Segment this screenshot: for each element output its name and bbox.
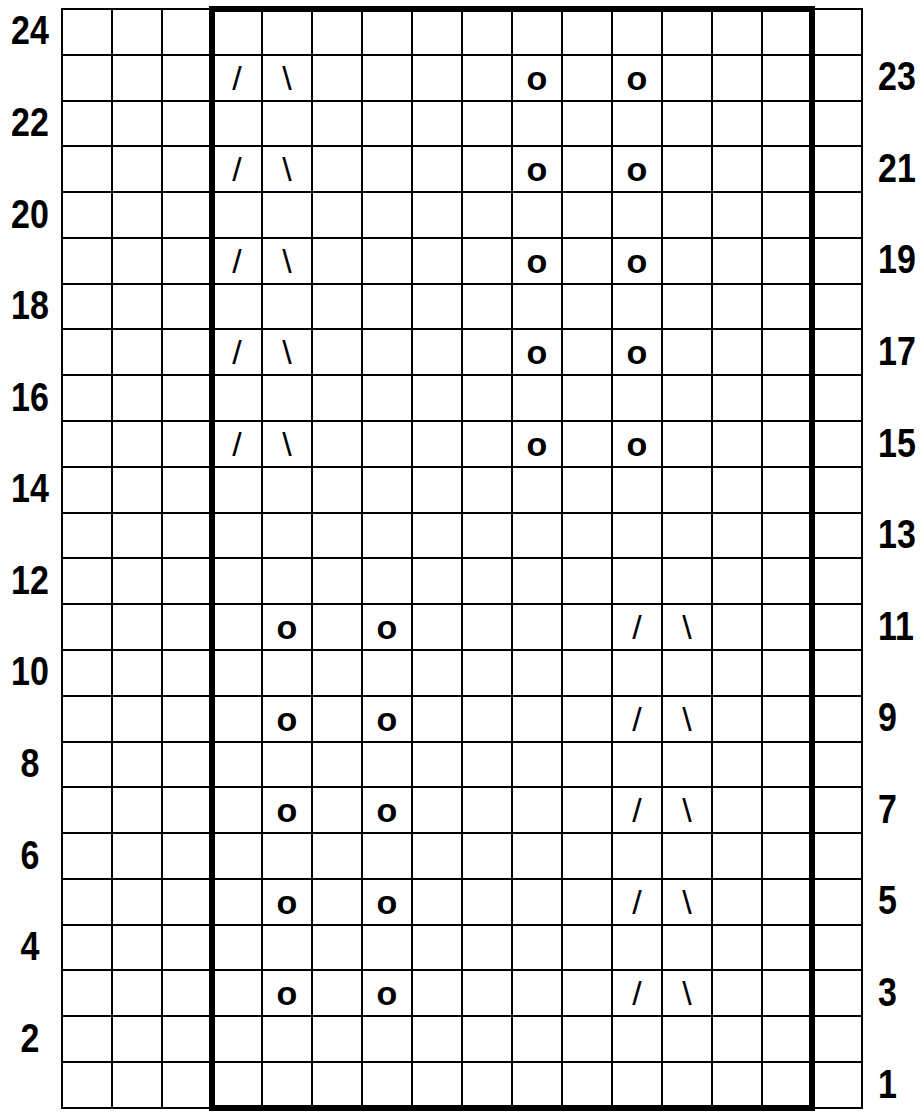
cell-r1-c12 <box>613 1063 661 1107</box>
cell-r16-c11 <box>563 376 611 420</box>
cell-r8-c10 <box>513 743 561 787</box>
cell-r6-c13 <box>663 834 711 878</box>
cell-r5-c15 <box>763 880 811 924</box>
cell-r7-c1 <box>63 788 111 832</box>
cell-r13-c5 <box>263 514 311 558</box>
cell-r4-c14 <box>713 926 761 970</box>
cell-r10-c12 <box>613 651 661 695</box>
cell-r19-c13 <box>663 239 711 283</box>
cell-r10-c11 <box>563 651 611 695</box>
cell-r16-c6 <box>313 376 361 420</box>
cell-r9-c3 <box>163 697 211 741</box>
cell-r23-c9 <box>463 56 511 100</box>
cell-r7-c8 <box>413 788 461 832</box>
cell-r1-c8 <box>413 1063 461 1107</box>
cell-r19-c1 <box>63 239 111 283</box>
cell-r14-c11 <box>563 468 611 512</box>
cell-r12-c7 <box>363 559 411 603</box>
cell-r14-c14 <box>713 468 761 512</box>
cell-r13-c15 <box>763 514 811 558</box>
row-label-1: 1 <box>878 1061 897 1107</box>
cell-r6-c6 <box>313 834 361 878</box>
cell-r9-c6 <box>313 697 361 741</box>
cell-r23-c12-yarn-over: o <box>613 56 661 100</box>
cell-r22-c13 <box>663 102 711 146</box>
cell-r18-c9 <box>463 285 511 329</box>
cell-r3-c16 <box>813 971 861 1015</box>
cell-r2-c3 <box>163 1017 211 1061</box>
row-label-12: 12 <box>8 557 52 603</box>
row-label-11: 11 <box>878 603 914 649</box>
cell-r8-c16 <box>813 743 861 787</box>
cell-r1-c6 <box>313 1063 361 1107</box>
cell-r3-c4 <box>213 971 261 1015</box>
cell-r24-c14 <box>713 10 761 54</box>
cell-r17-c4-right-leaning-decrease: / <box>213 330 261 374</box>
cell-r7-c13-left-leaning-decrease: \ <box>663 788 711 832</box>
cell-r18-c15 <box>763 285 811 329</box>
cell-r21-c15 <box>763 147 811 191</box>
cell-r15-c13 <box>663 422 711 466</box>
cell-r1-c2 <box>113 1063 161 1107</box>
cell-r12-c16 <box>813 559 861 603</box>
row-label-19: 19 <box>878 237 916 283</box>
cell-r13-c7 <box>363 514 411 558</box>
cell-r4-c16 <box>813 926 861 970</box>
cell-r7-c11 <box>563 788 611 832</box>
cell-r19-c14 <box>713 239 761 283</box>
cell-r15-c2 <box>113 422 161 466</box>
cell-r15-c1 <box>63 422 111 466</box>
cell-r2-c6 <box>313 1017 361 1061</box>
cell-r11-c9 <box>463 605 511 649</box>
cell-r23-c14 <box>713 56 761 100</box>
cell-r4-c4 <box>213 926 261 970</box>
cell-r10-c13 <box>663 651 711 695</box>
cell-r17-c8 <box>413 330 461 374</box>
cell-r4-c2 <box>113 926 161 970</box>
cell-r24-c5 <box>263 10 311 54</box>
cell-r5-c13-left-leaning-decrease: \ <box>663 880 711 924</box>
cell-r2-c4 <box>213 1017 261 1061</box>
cell-r11-c5-yarn-over: o <box>263 605 311 649</box>
cell-r24-c16 <box>813 10 861 54</box>
cell-r9-c1 <box>63 697 111 741</box>
cell-r20-c2 <box>113 193 161 237</box>
cell-r22-c15 <box>763 102 811 146</box>
cell-r1-c7 <box>363 1063 411 1107</box>
cell-r16-c13 <box>663 376 711 420</box>
cell-r6-c12 <box>613 834 661 878</box>
cell-r4-c10 <box>513 926 561 970</box>
cell-r13-c12 <box>613 514 661 558</box>
cell-r23-c8 <box>413 56 461 100</box>
cell-r20-c1 <box>63 193 111 237</box>
cell-r5-c11 <box>563 880 611 924</box>
cell-r10-c1 <box>63 651 111 695</box>
cell-r6-c1 <box>63 834 111 878</box>
cell-r1-c13 <box>663 1063 711 1107</box>
cell-r8-c2 <box>113 743 161 787</box>
cell-r24-c9 <box>463 10 511 54</box>
cell-r22-c8 <box>413 102 461 146</box>
cell-r3-c14 <box>713 971 761 1015</box>
cell-r11-c14 <box>713 605 761 649</box>
row-label-9: 9 <box>878 695 897 741</box>
cell-r4-c1 <box>63 926 111 970</box>
cell-r20-c16 <box>813 193 861 237</box>
cell-r19-c10-yarn-over: o <box>513 239 561 283</box>
cell-r23-c5-left-leaning-decrease: \ <box>263 56 311 100</box>
row-label-20: 20 <box>8 191 52 237</box>
cell-r9-c5-yarn-over: o <box>263 697 311 741</box>
cell-r22-c14 <box>713 102 761 146</box>
cell-r6-c7 <box>363 834 411 878</box>
cell-r15-c11 <box>563 422 611 466</box>
cell-r11-c7-yarn-over: o <box>363 605 411 649</box>
cell-r19-c9 <box>463 239 511 283</box>
cell-r22-c16 <box>813 102 861 146</box>
cell-r20-c10 <box>513 193 561 237</box>
cell-r6-c5 <box>263 834 311 878</box>
cell-r21-c4-right-leaning-decrease: / <box>213 147 261 191</box>
cell-r22-c4 <box>213 102 261 146</box>
cell-r8-c11 <box>563 743 611 787</box>
cell-r11-c3 <box>163 605 211 649</box>
cell-r3-c2 <box>113 971 161 1015</box>
cell-r11-c6 <box>313 605 361 649</box>
cell-r21-c12-yarn-over: o <box>613 147 661 191</box>
cell-r3-c13-left-leaning-decrease: \ <box>663 971 711 1015</box>
cell-r21-c1 <box>63 147 111 191</box>
cell-r23-c10-yarn-over: o <box>513 56 561 100</box>
cell-r6-c10 <box>513 834 561 878</box>
cell-r24-c12 <box>613 10 661 54</box>
cell-r9-c9 <box>463 697 511 741</box>
cell-r16-c15 <box>763 376 811 420</box>
row-label-15: 15 <box>878 420 916 466</box>
cell-r12-c5 <box>263 559 311 603</box>
cell-r11-c12-right-leaning-decrease: / <box>613 605 661 649</box>
cell-r15-c16 <box>813 422 861 466</box>
cell-r15-c14 <box>713 422 761 466</box>
cell-r12-c3 <box>163 559 211 603</box>
cell-r17-c6 <box>313 330 361 374</box>
cell-r16-c16 <box>813 376 861 420</box>
cell-r16-c2 <box>113 376 161 420</box>
cell-r6-c4 <box>213 834 261 878</box>
cell-r14-c15 <box>763 468 811 512</box>
cell-r14-c1 <box>63 468 111 512</box>
cell-r13-c16 <box>813 514 861 558</box>
cell-r9-c8 <box>413 697 461 741</box>
cell-r23-c3 <box>163 56 211 100</box>
cell-r2-c11 <box>563 1017 611 1061</box>
cell-r7-c15 <box>763 788 811 832</box>
cell-r10-c14 <box>713 651 761 695</box>
cell-r16-c14 <box>713 376 761 420</box>
cell-r5-c6 <box>313 880 361 924</box>
cell-r23-c11 <box>563 56 611 100</box>
cell-r15-c5-left-leaning-decrease: \ <box>263 422 311 466</box>
cell-r13-c4 <box>213 514 261 558</box>
cell-r17-c2 <box>113 330 161 374</box>
cell-r1-c3 <box>163 1063 211 1107</box>
cell-r20-c8 <box>413 193 461 237</box>
cell-r14-c13 <box>663 468 711 512</box>
cell-r18-c6 <box>313 285 361 329</box>
cell-r22-c1 <box>63 102 111 146</box>
cell-r14-c16 <box>813 468 861 512</box>
cell-r5-c2 <box>113 880 161 924</box>
cell-r6-c2 <box>113 834 161 878</box>
cell-r19-c15 <box>763 239 811 283</box>
cell-r17-c15 <box>763 330 811 374</box>
row-label-14: 14 <box>8 466 52 512</box>
cell-r21-c6 <box>313 147 361 191</box>
row-label-4: 4 <box>8 924 52 970</box>
cell-r10-c7 <box>363 651 411 695</box>
cell-r10-c6 <box>313 651 361 695</box>
cell-r24-c11 <box>563 10 611 54</box>
cell-r15-c10-yarn-over: o <box>513 422 561 466</box>
cell-r10-c15 <box>763 651 811 695</box>
cell-r22-c9 <box>463 102 511 146</box>
cell-r8-c1 <box>63 743 111 787</box>
cell-r24-c13 <box>663 10 711 54</box>
cell-r17-c14 <box>713 330 761 374</box>
cell-r18-c5 <box>263 285 311 329</box>
cell-r7-c9 <box>463 788 511 832</box>
row-label-18: 18 <box>8 283 52 329</box>
cell-r23-c1 <box>63 56 111 100</box>
cell-r16-c1 <box>63 376 111 420</box>
cell-r7-c12-right-leaning-decrease: / <box>613 788 661 832</box>
cell-r3-c11 <box>563 971 611 1015</box>
cell-r7-c10 <box>513 788 561 832</box>
cell-r2-c2 <box>113 1017 161 1061</box>
cell-r2-c12 <box>613 1017 661 1061</box>
cell-r1-c4 <box>213 1063 261 1107</box>
cell-r5-c14 <box>713 880 761 924</box>
row-label-13: 13 <box>878 512 916 558</box>
cell-r10-c5 <box>263 651 311 695</box>
cell-r4-c3 <box>163 926 211 970</box>
cell-r16-c3 <box>163 376 211 420</box>
cell-r10-c16 <box>813 651 861 695</box>
cell-r18-c10 <box>513 285 561 329</box>
cell-r11-c1 <box>63 605 111 649</box>
cell-r16-c7 <box>363 376 411 420</box>
cell-r3-c9 <box>463 971 511 1015</box>
cell-r13-c8 <box>413 514 461 558</box>
cell-r1-c11 <box>563 1063 611 1107</box>
cell-r18-c14 <box>713 285 761 329</box>
cell-r23-c15 <box>763 56 811 100</box>
cell-r12-c1 <box>63 559 111 603</box>
cell-r20-c5 <box>263 193 311 237</box>
cell-r2-c15 <box>763 1017 811 1061</box>
row-label-22: 22 <box>8 100 52 146</box>
cell-r9-c12-right-leaning-decrease: / <box>613 697 661 741</box>
cell-r8-c12 <box>613 743 661 787</box>
cell-r4-c8 <box>413 926 461 970</box>
cell-r8-c8 <box>413 743 461 787</box>
cell-r4-c12 <box>613 926 661 970</box>
chart-grid: /\oo/\oo/\oo/\oo/\oooo/\oo/\oo/\oo/\oo/\ <box>61 8 863 1109</box>
cell-r23-c6 <box>313 56 361 100</box>
cell-r2-c14 <box>713 1017 761 1061</box>
cell-r14-c8 <box>413 468 461 512</box>
row-label-17: 17 <box>878 329 916 375</box>
cell-r9-c16 <box>813 697 861 741</box>
cell-r16-c8 <box>413 376 461 420</box>
cell-r3-c6 <box>313 971 361 1015</box>
cell-r1-c1 <box>63 1063 111 1107</box>
cell-r18-c16 <box>813 285 861 329</box>
cell-r13-c11 <box>563 514 611 558</box>
cell-r2-c16 <box>813 1017 861 1061</box>
cell-r22-c6 <box>313 102 361 146</box>
row-label-2: 2 <box>8 1015 52 1061</box>
cell-r9-c4 <box>213 697 261 741</box>
cell-r11-c11 <box>563 605 611 649</box>
cell-r18-c8 <box>413 285 461 329</box>
cell-r17-c12-yarn-over: o <box>613 330 661 374</box>
cell-r15-c6 <box>313 422 361 466</box>
cell-r6-c9 <box>463 834 511 878</box>
cell-r10-c9 <box>463 651 511 695</box>
cell-r4-c9 <box>463 926 511 970</box>
cell-r5-c12-right-leaning-decrease: / <box>613 880 661 924</box>
cell-r3-c3 <box>163 971 211 1015</box>
cell-r21-c16 <box>813 147 861 191</box>
cell-r7-c6 <box>313 788 361 832</box>
cell-r19-c7 <box>363 239 411 283</box>
cell-r12-c13 <box>663 559 711 603</box>
cell-r6-c3 <box>163 834 211 878</box>
cell-r8-c3 <box>163 743 211 787</box>
cell-r18-c13 <box>663 285 711 329</box>
cell-r24-c3 <box>163 10 211 54</box>
cell-r1-c15 <box>763 1063 811 1107</box>
cell-r2-c7 <box>363 1017 411 1061</box>
cell-r8-c6 <box>313 743 361 787</box>
cell-r19-c6 <box>313 239 361 283</box>
cell-r5-c8 <box>413 880 461 924</box>
cell-r8-c14 <box>713 743 761 787</box>
cell-r16-c4 <box>213 376 261 420</box>
cell-r20-c13 <box>663 193 711 237</box>
cell-r20-c15 <box>763 193 811 237</box>
cell-r5-c9 <box>463 880 511 924</box>
cell-r19-c8 <box>413 239 461 283</box>
cell-r17-c16 <box>813 330 861 374</box>
cell-r10-c10 <box>513 651 561 695</box>
cell-r18-c2 <box>113 285 161 329</box>
cell-r14-c9 <box>463 468 511 512</box>
cell-r3-c15 <box>763 971 811 1015</box>
cell-r9-c14 <box>713 697 761 741</box>
cell-r6-c15 <box>763 834 811 878</box>
cell-r2-c8 <box>413 1017 461 1061</box>
cell-r18-c11 <box>563 285 611 329</box>
cell-r19-c5-left-leaning-decrease: \ <box>263 239 311 283</box>
cell-r9-c2 <box>113 697 161 741</box>
cell-r2-c13 <box>663 1017 711 1061</box>
cell-r8-c13 <box>663 743 711 787</box>
row-label-5: 5 <box>878 878 897 924</box>
cell-r6-c11 <box>563 834 611 878</box>
cell-r11-c10 <box>513 605 561 649</box>
row-label-21: 21 <box>878 145 916 191</box>
cell-r16-c9 <box>463 376 511 420</box>
cell-r7-c5-yarn-over: o <box>263 788 311 832</box>
cell-r2-c1 <box>63 1017 111 1061</box>
cell-r4-c15 <box>763 926 811 970</box>
cell-r3-c1 <box>63 971 111 1015</box>
cell-r4-c7 <box>363 926 411 970</box>
cell-r22-c12 <box>613 102 661 146</box>
cell-r19-c4-right-leaning-decrease: / <box>213 239 261 283</box>
row-label-10: 10 <box>8 649 52 695</box>
cell-r16-c10 <box>513 376 561 420</box>
cell-r12-c6 <box>313 559 361 603</box>
cell-r17-c5-left-leaning-decrease: \ <box>263 330 311 374</box>
cell-r13-c9 <box>463 514 511 558</box>
cell-r22-c3 <box>163 102 211 146</box>
cell-r15-c15 <box>763 422 811 466</box>
cell-r18-c12 <box>613 285 661 329</box>
cell-r14-c4 <box>213 468 261 512</box>
cell-r23-c7 <box>363 56 411 100</box>
cell-r20-c6 <box>313 193 361 237</box>
cell-r19-c12-yarn-over: o <box>613 239 661 283</box>
cell-r12-c4 <box>213 559 261 603</box>
cell-r20-c3 <box>163 193 211 237</box>
cell-r6-c8 <box>413 834 461 878</box>
row-label-7: 7 <box>878 786 897 832</box>
cell-r16-c12 <box>613 376 661 420</box>
cell-r21-c7 <box>363 147 411 191</box>
row-label-16: 16 <box>8 374 52 420</box>
cell-r1-c10 <box>513 1063 561 1107</box>
cell-r21-c13 <box>663 147 711 191</box>
cell-r13-c2 <box>113 514 161 558</box>
cell-r7-c3 <box>163 788 211 832</box>
cell-r19-c11 <box>563 239 611 283</box>
cell-r3-c8 <box>413 971 461 1015</box>
cell-r8-c7 <box>363 743 411 787</box>
cell-r11-c8 <box>413 605 461 649</box>
cell-r10-c4 <box>213 651 261 695</box>
cell-r24-c2 <box>113 10 161 54</box>
cell-r20-c7 <box>363 193 411 237</box>
cell-r18-c3 <box>163 285 211 329</box>
cell-r21-c2 <box>113 147 161 191</box>
cell-r3-c12-right-leaning-decrease: / <box>613 971 661 1015</box>
cell-r21-c5-left-leaning-decrease: \ <box>263 147 311 191</box>
cell-r9-c15 <box>763 697 811 741</box>
cell-r9-c11 <box>563 697 611 741</box>
cell-r5-c16 <box>813 880 861 924</box>
cell-r11-c4 <box>213 605 261 649</box>
cell-r24-c4 <box>213 10 261 54</box>
cell-r21-c9 <box>463 147 511 191</box>
cell-r11-c13-left-leaning-decrease: \ <box>663 605 711 649</box>
cell-r17-c9 <box>463 330 511 374</box>
cell-r12-c2 <box>113 559 161 603</box>
